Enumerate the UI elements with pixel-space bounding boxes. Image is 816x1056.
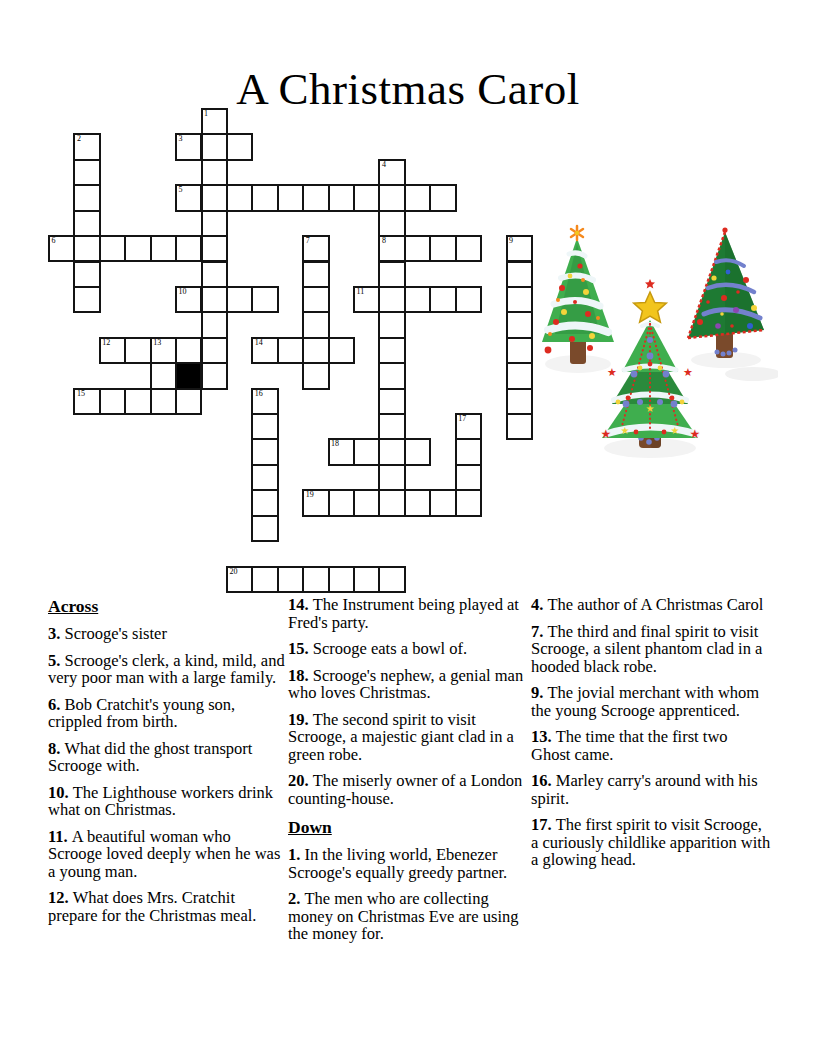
clue-text: The author of A Christmas Carol — [548, 595, 764, 614]
grid-cell — [251, 286, 278, 313]
grid-cell — [201, 184, 228, 211]
grid-cell: 19 — [302, 489, 329, 516]
grid-cell — [378, 337, 405, 364]
across-heading: Across — [48, 596, 286, 617]
svg-text:★: ★ — [646, 403, 655, 414]
grid-cell — [353, 566, 380, 593]
grid-cell — [302, 261, 329, 288]
svg-text:★: ★ — [621, 425, 630, 436]
grid-cell — [124, 337, 151, 364]
grid-cell — [201, 159, 228, 186]
grid-cell — [124, 388, 151, 415]
svg-text:★: ★ — [690, 427, 701, 441]
grid-cell — [277, 184, 304, 211]
clue-17: 17. The first spirit to visit Scrooge, a… — [531, 816, 771, 869]
grid-cell — [455, 235, 482, 262]
grid-cell: 18 — [328, 438, 355, 465]
grid-cell — [378, 311, 405, 338]
grid-cell — [429, 235, 456, 262]
grid-cell: 17 — [455, 413, 482, 440]
grid-cell — [73, 261, 100, 288]
clue-text: Bob Cratchit's young son, crippled from … — [48, 695, 235, 732]
cell-number: 12 — [102, 338, 110, 347]
clue-number: 18. — [288, 666, 313, 685]
cell-number: 17 — [458, 414, 466, 423]
clue-number: 10. — [48, 783, 73, 802]
clue-13: 13. The time that the first two Ghost ca… — [531, 728, 771, 763]
grid-cell — [353, 489, 380, 516]
clue-20: 20. The miserly owner of a London counti… — [288, 772, 530, 807]
clue-number: 8. — [48, 739, 65, 758]
grid-cell — [302, 311, 329, 338]
grid-cell — [201, 261, 228, 288]
grid-cell — [251, 184, 278, 211]
grid-cell — [73, 210, 100, 237]
clue-14: 14. The Instrument being played at Fred'… — [288, 596, 530, 631]
crossword-grid: 1234567891011121314151617181920 — [48, 108, 534, 594]
grid-cell — [302, 184, 329, 211]
worksheet-page: A Christmas Carol 1234567891011121314151… — [0, 0, 816, 1056]
grid-cell — [328, 566, 355, 593]
cell-number: 8 — [382, 236, 386, 245]
grid-cell — [378, 261, 405, 288]
grid-cell — [328, 337, 355, 364]
grid-cell — [226, 184, 253, 211]
clue-text: What does Mrs. Cratchit prepare for the … — [48, 888, 256, 925]
grid-cell — [226, 133, 253, 160]
clue-text: The Lighthouse workers drink what on Chr… — [48, 783, 273, 820]
clue-number: 1. — [288, 845, 305, 864]
clue-text: Scrooge's nephew, a genial man who loves… — [288, 666, 523, 703]
grid-cell — [150, 388, 177, 415]
clue-text: The jovial merchant with whom the young … — [531, 683, 759, 720]
grid-cell — [404, 184, 431, 211]
grid-cell — [99, 388, 126, 415]
red-mini-star — [645, 279, 655, 288]
grid-cell — [378, 489, 405, 516]
clue-number: 15. — [288, 639, 313, 658]
grid-cell — [378, 413, 405, 440]
clue-18: 18. Scrooge's nephew, a genial man who l… — [288, 667, 530, 702]
clue-text: A beautiful woman who Scrooge loved deep… — [48, 827, 280, 881]
grid-cell — [302, 362, 329, 389]
grid-cell — [302, 566, 329, 593]
grid-cell — [378, 388, 405, 415]
clue-11: 11. A beautiful woman who Scrooge loved … — [48, 828, 286, 881]
cell-number: 2 — [77, 134, 81, 143]
clue-text: What did the ghost transport Scrooge wit… — [48, 739, 252, 776]
cell-number: 5 — [179, 185, 183, 194]
grid-cell: 20 — [226, 566, 253, 593]
cell-number: 20 — [229, 567, 237, 576]
grid-cell — [251, 438, 278, 465]
clue-4: 4. The author of A Christmas Carol — [531, 596, 771, 614]
grid-cell — [251, 464, 278, 491]
grid-cell: 11 — [353, 286, 380, 313]
cell-number: 11 — [357, 287, 365, 296]
cell-number: 10 — [179, 287, 187, 296]
clue-number: 3. — [48, 624, 65, 643]
grid-cell — [73, 159, 100, 186]
cell-number: 19 — [306, 490, 314, 499]
clue-number: 9. — [531, 683, 548, 702]
cloud-shape — [725, 367, 778, 381]
cell-number: 9 — [509, 236, 513, 245]
grid-cell — [404, 489, 431, 516]
clue-number: 17. — [531, 815, 556, 834]
svg-text:★: ★ — [607, 366, 617, 379]
svg-text:★: ★ — [601, 427, 612, 441]
tree-right — [688, 227, 764, 368]
clue-number: 7. — [531, 622, 548, 641]
grid-cell — [201, 133, 228, 160]
clue-19: 19. The second spirit to visit Scrooge, … — [288, 711, 530, 764]
grid-cell: 6 — [48, 235, 75, 262]
grid-cell — [455, 464, 482, 491]
tree-center: ★ ★ ★ ★ ★ ★ ★ — [601, 279, 701, 458]
grid-cell — [73, 235, 100, 262]
gold-star-topper — [634, 292, 667, 322]
grid-cell — [175, 388, 202, 415]
grid-cell — [455, 286, 482, 313]
clue-number: 6. — [48, 695, 65, 714]
clue-number: 5. — [48, 651, 65, 670]
grid-cell — [201, 362, 228, 389]
clue-number: 14. — [288, 595, 313, 614]
clue-15: 15. Scrooge eats a bowl of. — [288, 640, 530, 658]
clue-number: 16. — [531, 771, 556, 790]
clue-3: 3. Scrooge's sister — [48, 625, 286, 643]
grid-cell — [404, 286, 431, 313]
grid-cell: 5 — [175, 184, 202, 211]
clue-column-1: Across3. Scrooge's sister5. Scrooge's cl… — [48, 596, 286, 933]
grid-cell — [150, 362, 177, 389]
cell-number: 14 — [255, 338, 263, 347]
grid-cell — [99, 235, 126, 262]
clue-number: 11. — [48, 827, 72, 846]
clue-text: The first spirit to visit Scrooge, a cur… — [531, 815, 770, 869]
cell-number: 1 — [204, 109, 208, 118]
grid-cell — [378, 362, 405, 389]
cell-number: 13 — [153, 338, 161, 347]
clue-number: 19. — [288, 710, 313, 729]
grid-cell — [201, 286, 228, 313]
clue-number: 4. — [531, 595, 548, 614]
grid-cell — [353, 184, 380, 211]
grid-cell — [201, 337, 228, 364]
clue-16: 16. Marley carry's around with his spiri… — [531, 772, 771, 807]
grid-cell — [302, 286, 329, 313]
clue-column-3: 4. The author of A Christmas Carol7. The… — [531, 596, 771, 878]
grid-cell — [328, 184, 355, 211]
clue-text: Scrooge eats a bowl of. — [313, 639, 467, 658]
clue-1: 1. In the living world, Ebenezer Scrooge… — [288, 846, 530, 881]
clue-text: The second spirit to visit Scrooge, a ma… — [288, 710, 514, 764]
grid-cell — [201, 235, 228, 262]
clue-text: Marley carry's around with his spirit. — [531, 771, 758, 808]
cell-number: 18 — [331, 439, 339, 448]
grid-cell — [150, 235, 177, 262]
grid-cell — [277, 337, 304, 364]
grid-cell: 13 — [150, 337, 177, 364]
grid-cell — [404, 235, 431, 262]
clue-text: Scrooge's sister — [65, 624, 167, 643]
christmas-trees-illustration: ★ ★ ★ ★ ★ ★ ★ — [528, 222, 778, 467]
tree-left — [542, 226, 614, 373]
grid-cell — [328, 489, 355, 516]
grid-cell — [201, 210, 228, 237]
clue-8: 8. What did the ghost transport Scrooge … — [48, 740, 286, 775]
grid-cell — [251, 489, 278, 516]
grid-cell: 3 — [175, 133, 202, 160]
clue-text: Scrooge's clerk, a kind, mild, and very … — [48, 651, 285, 688]
clue-7: 7. The third and final spirit to visit S… — [531, 623, 771, 676]
clue-number: 12. — [48, 888, 73, 907]
grid-cell — [378, 184, 405, 211]
grid-cell — [251, 413, 278, 440]
grid-cell — [73, 286, 100, 313]
grid-cell — [378, 286, 405, 313]
grid-cell — [429, 184, 456, 211]
clue-text: The time that the first two Ghost came. — [531, 727, 728, 764]
down-heading: Down — [288, 817, 530, 838]
clue-column-2: 14. The Instrument being played at Fred'… — [288, 596, 530, 952]
grid-cell — [201, 311, 228, 338]
clue-number: 2. — [288, 889, 305, 908]
grid-cell: 2 — [73, 133, 100, 160]
clue-2: 2. The men who are collecting money on C… — [288, 890, 530, 943]
grid-cell — [455, 489, 482, 516]
grid-cell: 15 — [73, 388, 100, 415]
grid-cell: 7 — [302, 235, 329, 262]
grid-cell — [378, 438, 405, 465]
grid-cell: 12 — [99, 337, 126, 364]
grid-cell — [226, 286, 253, 313]
clue-5: 5. Scrooge's clerk, a kind, mild, and ve… — [48, 652, 286, 687]
cell-number: 6 — [52, 236, 56, 245]
grid-cell: 16 — [251, 388, 278, 415]
grid-cell: 10 — [175, 286, 202, 313]
grid-cell — [302, 337, 329, 364]
clue-10: 10. The Lighthouse workers drink what on… — [48, 784, 286, 819]
clue-6: 6. Bob Cratchit's young son, crippled fr… — [48, 696, 286, 731]
grid-cell: 1 — [201, 108, 228, 135]
grid-cell — [73, 184, 100, 211]
grid-cell: 4 — [378, 159, 405, 186]
grid-cell: 14 — [251, 337, 278, 364]
grid-cell — [429, 489, 456, 516]
grid-cell — [378, 566, 405, 593]
clue-text: The third and final spirit to visit Scro… — [531, 622, 762, 676]
grid-cell — [175, 337, 202, 364]
grid-cell — [277, 566, 304, 593]
svg-text:★: ★ — [671, 425, 680, 436]
grid-cell — [251, 566, 278, 593]
cell-number: 15 — [77, 389, 85, 398]
grid-cell — [404, 438, 431, 465]
cell-number: 7 — [306, 236, 310, 245]
grid-cell — [251, 515, 278, 542]
grid-cell — [175, 235, 202, 262]
grid-cell — [455, 438, 482, 465]
grid-cell-black — [175, 362, 202, 389]
clue-number: 13. — [531, 727, 556, 746]
clue-text: The Instrument being played at Fred's pa… — [288, 595, 519, 632]
clue-number: 20. — [288, 771, 313, 790]
clue-text: In the living world, Ebenezer Scrooge's … — [288, 845, 507, 882]
grid-cell — [124, 235, 151, 262]
svg-text:★: ★ — [683, 366, 693, 379]
grid-cell — [378, 210, 405, 237]
grid-cell: 8 — [378, 235, 405, 262]
clue-9: 9. The jovial merchant with whom the you… — [531, 684, 771, 719]
clue-12: 12. What does Mrs. Cratchit prepare for … — [48, 889, 286, 924]
cell-number: 4 — [382, 160, 386, 169]
grid-cell — [378, 464, 405, 491]
clue-text: The miserly owner of a London counting-h… — [288, 771, 522, 808]
cell-number: 16 — [255, 389, 263, 398]
grid-cell — [353, 438, 380, 465]
grid-cell — [429, 286, 456, 313]
clue-text: The men who are collecting money on Chri… — [288, 889, 519, 943]
cell-number: 3 — [179, 134, 183, 143]
